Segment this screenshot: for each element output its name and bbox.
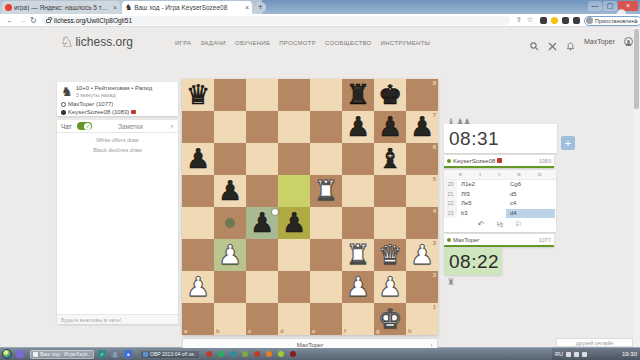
first-move-icon[interactable]: «: [458, 170, 462, 180]
taskbar-task-lichess[interactable]: Ваш ход - Игра Keys…: [30, 350, 94, 359]
nav-item-игра[interactable]: ИГРА: [175, 40, 191, 46]
yandex-favicon-icon: [5, 4, 12, 11]
black-pawn: ♟: [182, 144, 214, 174]
move-rows: 20Л1e2Сg621Лf3d522Лe5c423b3d4: [444, 180, 556, 218]
black-bishop: ♝: [374, 144, 406, 174]
taskbar-app-icon[interactable]: [242, 351, 248, 357]
rank-label: 4: [433, 208, 436, 214]
square-c7[interactable]: [246, 111, 278, 143]
file-label: d: [280, 328, 284, 334]
square-h6[interactable]: 6: [406, 143, 438, 175]
white-color-icon: [61, 102, 66, 107]
move-row: 20Л1e2Сg6: [444, 180, 556, 190]
square-f3[interactable]: ♜: [342, 239, 374, 271]
black-player-name: KeyserSozee08: [453, 158, 495, 164]
square-e8[interactable]: [310, 79, 342, 111]
square-g4[interactable]: [374, 207, 406, 239]
square-d3[interactable]: [278, 239, 310, 271]
padlock-icon: [46, 19, 51, 23]
extension-icon[interactable]: [573, 17, 580, 24]
header-right: MaxToper: [530, 37, 633, 46]
white-rook: ♜: [310, 176, 342, 206]
square-g6[interactable]: ♝: [374, 143, 406, 175]
move-row: 21Лf3d5: [444, 190, 556, 200]
square-e5[interactable]: ♜: [310, 175, 342, 207]
square-g8[interactable]: ♚: [374, 79, 406, 111]
white-player-row[interactable]: MaxToper 1077: [444, 234, 554, 247]
tray-icon[interactable]: [566, 352, 571, 357]
meta-player-white[interactable]: MaxToper (1077): [61, 101, 174, 107]
square-e2[interactable]: [310, 271, 342, 303]
square-h8[interactable]: 8: [406, 79, 438, 111]
square-h1[interactable]: h1: [406, 303, 438, 335]
next-move-icon[interactable]: ›: [498, 170, 500, 180]
language-indicator[interactable]: RU: [555, 351, 563, 357]
back-icon[interactable]: ←: [6, 16, 14, 25]
new-tab-button[interactable]: +: [255, 2, 266, 13]
square-d8[interactable]: [278, 79, 310, 111]
rank-label: 3: [433, 240, 436, 246]
system-tray: RU 19:30: [552, 348, 640, 360]
player-flair-icon: [497, 158, 502, 163]
black-player-row[interactable]: KeyserSozee08 1083: [444, 155, 554, 168]
taskbar-app-icon[interactable]: [218, 351, 224, 357]
profile-avatar: [586, 17, 593, 24]
move-number: 22: [444, 199, 457, 209]
black-color-icon: [61, 110, 66, 115]
square-a7[interactable]: [182, 111, 214, 143]
square-c3[interactable]: [246, 239, 278, 271]
black-move[interactable]: Сg6: [506, 180, 555, 190]
nav-item-просмотр[interactable]: ПРОСМОТР: [279, 40, 316, 46]
black-move-current[interactable]: d4: [506, 209, 555, 219]
white-pawn: ♟: [214, 240, 246, 270]
white-pawn: ♟: [374, 272, 406, 302]
square-c8[interactable]: [246, 79, 278, 111]
move-number: 20: [444, 180, 457, 190]
online-dot-icon: [447, 159, 451, 163]
resign-flag-icon[interactable]: ⚐: [515, 220, 522, 229]
square-h5[interactable]: 5: [406, 175, 438, 207]
file-label: e: [312, 328, 315, 334]
notifications-bell-icon[interactable]: [566, 37, 575, 46]
black-pawn: ♟: [278, 208, 310, 238]
chat-message: White offers draw: [57, 137, 178, 143]
meta-player-black[interactable]: KeyserSozee08 (1083): [61, 109, 174, 115]
move-list-box: «‹›»≡ 20Л1e2Сg621Лf3d522Лe5c423b3d4 ↶ ½ …: [444, 170, 556, 232]
extension-icon[interactable]: [562, 17, 569, 24]
prev-move-icon[interactable]: ‹: [479, 170, 481, 180]
taskbar-app-icon[interactable]: [278, 351, 284, 357]
taskbar-app-icon[interactable]: [230, 351, 236, 357]
square-e3[interactable]: [310, 239, 342, 271]
tab-close-icon[interactable]: ×: [245, 4, 249, 11]
under-board-player-name: MaxToper: [297, 342, 323, 348]
square-h7[interactable]: ♟7: [406, 111, 438, 143]
rank-label: 8: [433, 80, 436, 86]
black-pawn: ♟: [214, 176, 246, 206]
taskbar-app-icon[interactable]: [290, 351, 296, 357]
meta-player-white-label: MaxToper (1077): [68, 101, 113, 107]
tab-close-icon[interactable]: ×: [113, 4, 117, 11]
square-h3[interactable]: ♟3: [406, 239, 438, 271]
challenges-icon[interactable]: [548, 37, 557, 46]
task-favicon: [33, 352, 38, 357]
friends-online-bar[interactable]: друзей онлайн: [556, 338, 633, 347]
square-d2[interactable]: [278, 271, 310, 303]
share-icon[interactable]: ⇧: [516, 16, 522, 24]
task-label: ОВР 2013-04 об ок…: [150, 351, 197, 357]
extension-icon[interactable]: [540, 17, 547, 24]
window-minimize-button[interactable]: —: [588, 1, 602, 11]
square-f1[interactable]: f: [342, 303, 374, 335]
square-a6[interactable]: ♟: [182, 143, 214, 175]
chat-toggle[interactable]: ✓: [77, 122, 92, 130]
rank-label: 5: [433, 176, 436, 182]
move-row: 23b3d4: [444, 209, 556, 219]
file-label: h: [408, 328, 412, 334]
square-f8[interactable]: ♜: [342, 79, 374, 111]
square-e7[interactable]: [310, 111, 342, 143]
game-time-ago: 3 минуты назад: [76, 92, 153, 98]
black-rook: ♜: [342, 80, 374, 110]
notes-tab[interactable]: Заметки: [97, 123, 164, 130]
square-b8[interactable]: [214, 79, 246, 111]
tray-icon[interactable]: [574, 352, 579, 357]
black-king: ♚: [374, 80, 406, 110]
square-c1[interactable]: c: [246, 303, 278, 335]
taskbar-icon[interactable]: ✓: [98, 350, 106, 358]
quick-launch-icon[interactable]: [16, 350, 24, 358]
url-text: lichess.org/UwliCIp8OgIi51: [54, 17, 132, 24]
white-queen: ♛: [374, 240, 406, 270]
tab-title: игра) — Яндекс: нашлось 5 ты…: [14, 4, 111, 11]
square-e4[interactable]: [310, 207, 342, 239]
extension-icon[interactable]: [551, 17, 558, 24]
lichess-page: ♘ lichess.org ИГРАЗАДАЧИОБУЧЕНИЕПРОСМОТР…: [0, 27, 640, 347]
toggle-check-icon: ✓: [84, 123, 91, 130]
menu-icon[interactable]: ≡: [538, 170, 542, 180]
taskbar-app-icon[interactable]: [254, 351, 260, 357]
taskbar-task-document[interactable]: ОВР 2013-04 об ок…: [140, 350, 200, 359]
move-dest-dot: [225, 218, 235, 228]
header-username[interactable]: MaxToper: [584, 38, 615, 45]
game-meta-box: ♞ 10+0 • Рейтинговая • Рапид 3 минуты на…: [57, 82, 178, 116]
square-f5[interactable]: [342, 175, 374, 207]
lichess-knight-icon: ♘: [60, 33, 73, 51]
rank-label: 1: [433, 304, 436, 310]
square-h2[interactable]: 2: [406, 271, 438, 303]
square-f6[interactable]: [342, 143, 374, 175]
square-d6[interactable]: [278, 143, 310, 175]
rank-label: 7: [433, 112, 436, 118]
online-dot-icon: [447, 238, 451, 242]
give-time-button[interactable]: +: [561, 136, 575, 150]
nav-item-сообщество[interactable]: СООБЩЕСТВО: [325, 40, 371, 46]
file-label: a: [184, 328, 187, 334]
white-move[interactable]: Лe5: [457, 199, 506, 209]
file-label: f: [344, 328, 346, 334]
lichess-logo[interactable]: ♘ lichess.org: [60, 33, 133, 51]
white-player-rating: 1077: [539, 237, 551, 243]
black-move[interactable]: d5: [506, 190, 555, 200]
rank-label: 2: [433, 272, 436, 278]
white-move[interactable]: b3: [457, 209, 506, 219]
taskbar-app-icon[interactable]: [206, 351, 212, 357]
site-nav: ИГРАЗАДАЧИОБУЧЕНИЕПРОСМОТРСООБЩЕСТВОИНСТ…: [175, 40, 430, 46]
taskbar-app-icon[interactable]: [266, 351, 272, 357]
black-player-rating: 1083: [539, 158, 551, 164]
taskbar-icon[interactable]: ●: [124, 350, 132, 358]
bookmark-star-icon[interactable]: ☆: [527, 16, 533, 24]
chat-message: Black declines draw: [57, 147, 178, 153]
move-number: 21: [444, 190, 457, 200]
browser-tab-yandex[interactable]: игра) — Яндекс: нашлось 5 ты… ×: [2, 1, 120, 14]
square-a3[interactable]: [182, 239, 214, 271]
black-clock-time: 08:31: [444, 124, 557, 153]
meta-player-black-label: KeyserSozee08 (1083): [68, 109, 129, 115]
square-b3[interactable]: ♟: [214, 239, 246, 271]
square-e1[interactable]: e: [310, 303, 342, 335]
draw-offer-icon[interactable]: ½: [496, 220, 503, 229]
address-bar[interactable]: lichess.org/UwliCIp8OgIi51: [42, 16, 510, 25]
square-b5[interactable]: ♟: [214, 175, 246, 207]
square-g7[interactable]: ♟: [374, 111, 406, 143]
square-c6[interactable]: [246, 143, 278, 175]
white-rook: ♜: [342, 240, 374, 270]
square-d4[interactable]: ♟: [278, 207, 310, 239]
lichess-favicon-icon: ♞: [125, 4, 132, 11]
square-f4[interactable]: [342, 207, 374, 239]
white-clock-active: 08:22: [444, 248, 502, 275]
white-move[interactable]: Лf3: [457, 190, 506, 200]
white-move[interactable]: Л1e2: [457, 180, 506, 190]
square-c2[interactable]: [246, 271, 278, 303]
square-a1[interactable]: a: [182, 303, 214, 335]
square-h4[interactable]: 4: [406, 207, 438, 239]
scrollbar-thumb[interactable]: [634, 29, 639, 109]
square-g1[interactable]: ♚g: [374, 303, 406, 335]
move-row: 22Лe5c4: [444, 199, 556, 209]
chat-tab[interactable]: Чат: [61, 123, 72, 130]
square-b4[interactable]: [214, 207, 246, 239]
user-avatar-icon[interactable]: [624, 37, 633, 46]
player-flair-icon: [131, 110, 136, 115]
square-a5[interactable]: [182, 175, 214, 207]
nav-item-задачи[interactable]: ЗАДАЧИ: [200, 40, 226, 46]
move-nav-bar: «‹›»≡: [444, 170, 556, 180]
black-pawn: ♟: [374, 112, 406, 142]
search-icon[interactable]: [530, 37, 539, 46]
tray-clock: 19:30: [622, 351, 637, 357]
nav-item-инструменты[interactable]: ИНСТРУМЕНТЫ: [380, 40, 430, 46]
last-move-icon[interactable]: »: [517, 170, 521, 180]
square-e6[interactable]: [310, 143, 342, 175]
square-b1[interactable]: b: [214, 303, 246, 335]
square-g2[interactable]: ♟: [374, 271, 406, 303]
takeback-icon[interactable]: ↶: [478, 220, 485, 229]
square-a2[interactable]: ♟: [182, 271, 214, 303]
nav-item-обучение[interactable]: ОБУЧЕНИЕ: [235, 40, 270, 46]
file-label: c: [248, 328, 251, 334]
reload-icon[interactable]: ↻: [30, 16, 37, 25]
white-clock-time: 08:22: [444, 248, 502, 275]
tray-icon[interactable]: [582, 352, 587, 357]
black-move[interactable]: c4: [506, 199, 555, 209]
chat-box: Чат ✓ Заметки ↗ White offers draw Black …: [57, 120, 178, 324]
rapid-knight-icon: ♞: [61, 85, 73, 99]
square-d7[interactable]: [278, 111, 310, 143]
square-b6[interactable]: [214, 143, 246, 175]
square-c5[interactable]: [246, 175, 278, 207]
black-queen: ♛: [182, 80, 214, 110]
square-a8[interactable]: ♛: [182, 79, 214, 111]
square-b7[interactable]: [214, 111, 246, 143]
chat-expand-icon[interactable]: ↗: [169, 123, 174, 130]
tab-title: Ваш ход - Игра KeyserSozee08: [134, 4, 243, 11]
captured-pieces-white: ♜: [447, 277, 455, 287]
browser-tab-lichess[interactable]: ♞ Ваш ход - Игра KeyserSozee08 ×: [122, 1, 252, 14]
start-button[interactable]: [2, 349, 12, 359]
square-f2[interactable]: ♟: [342, 271, 374, 303]
square-g5[interactable]: [374, 175, 406, 207]
chat-input[interactable]: Будьте вежливы в чате!: [57, 314, 178, 324]
square-d5[interactable]: [278, 175, 310, 207]
task-favicon: [143, 352, 148, 357]
move-number: 23: [444, 209, 457, 219]
move-actions: ↶ ½ ⚐: [444, 218, 556, 231]
square-d1[interactable]: d: [278, 303, 310, 335]
square-g3[interactable]: ♛: [374, 239, 406, 271]
task-label: Ваш ход - Игра Keys…: [40, 351, 91, 357]
file-label: g: [376, 328, 380, 334]
taskbar: [0, 348, 640, 360]
white-pawn: ♟: [182, 272, 214, 302]
mouse-cursor-dot: [272, 209, 278, 215]
square-b2[interactable]: [214, 271, 246, 303]
sort-arrows-icon[interactable]: ↕: [430, 342, 433, 348]
rank-label: 6: [433, 144, 436, 150]
chess-board: ♛♜♚8♟♟♟7♟♝6♟♜5♟♟4♟♜♛♟3♟♟♟2abcdef♚gh1: [182, 79, 438, 335]
black-clock: 08:31: [444, 124, 557, 153]
white-pawn: ♟: [342, 272, 374, 302]
game-setup-label: 10+0 • Рейтинговая • Рапид: [76, 85, 153, 91]
lichess-logo-text: lichess.org: [75, 35, 132, 49]
white-player-name: MaxToper: [453, 237, 479, 243]
window-maximize-button[interactable]: ▢: [603, 1, 617, 11]
desktop: игра) — Яндекс: нашлось 5 ты… × ♞ Ваш хо…: [0, 0, 640, 360]
square-a4[interactable]: [182, 207, 214, 239]
black-pawn: ♟: [342, 112, 374, 142]
square-f7[interactable]: ♟: [342, 111, 374, 143]
file-label: b: [216, 328, 220, 334]
taskbar-icon[interactable]: ▯: [111, 350, 119, 358]
browser-menu-icon[interactable]: ⋮: [632, 16, 639, 24]
forward-icon[interactable]: →: [18, 16, 26, 25]
